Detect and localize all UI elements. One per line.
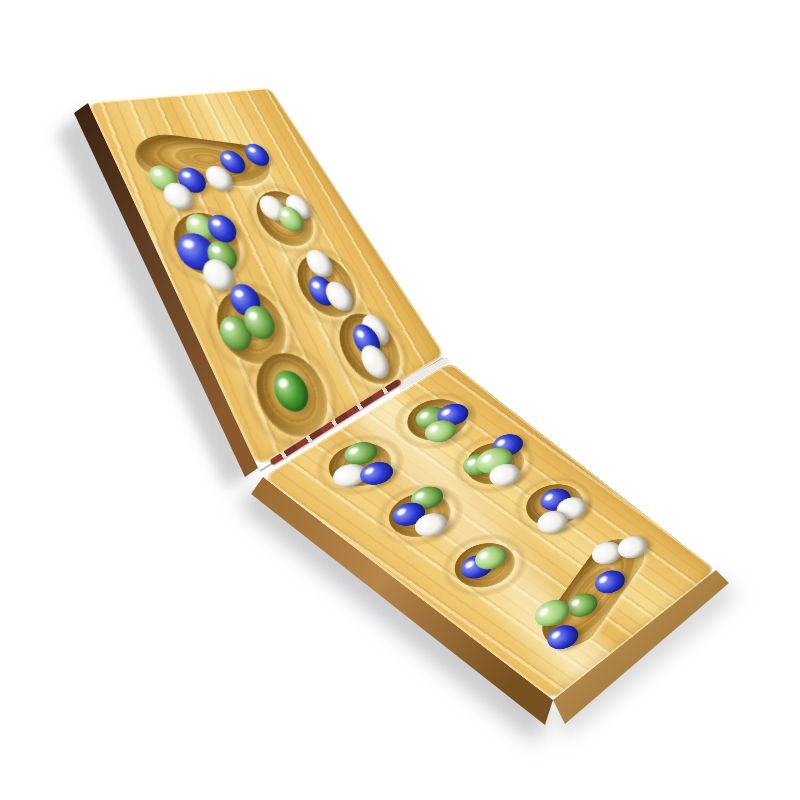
stone-gloss: [593, 546, 606, 556]
stone-gloss: [309, 279, 322, 291]
stone-gloss: [478, 453, 495, 465]
mancala-board-photo: [0, 0, 800, 800]
stone-gloss: [416, 518, 431, 529]
stone-gloss: [417, 411, 431, 421]
stone-gloss: [476, 551, 490, 562]
stone-gloss: [426, 424, 440, 434]
stone-gloss: [439, 408, 453, 418]
stone-gloss: [187, 216, 202, 227]
stone-gloss: [394, 507, 409, 518]
stone-gloss: [207, 168, 220, 177]
stone-gloss: [558, 501, 572, 511]
stone-gloss: [361, 466, 376, 477]
stone-gloss: [231, 287, 246, 300]
stone-gloss: [362, 349, 375, 362]
stone-gloss: [279, 209, 292, 219]
stone-gloss: [548, 630, 562, 641]
stone-gloss: [346, 446, 361, 457]
stone-gloss: [179, 237, 198, 251]
stone-gloss: [619, 540, 632, 550]
stone-gloss: [179, 170, 193, 179]
stone-gloss: [538, 515, 552, 525]
stone-gloss: [536, 605, 552, 617]
stone-gloss: [353, 328, 366, 341]
stone-gloss: [326, 285, 339, 297]
stone-gloss: [260, 198, 273, 208]
stone-gloss: [568, 598, 582, 609]
stone-gloss: [307, 252, 320, 263]
stone-gloss: [209, 217, 223, 228]
stone-gloss: [412, 491, 427, 502]
stone-gloss: [334, 468, 349, 479]
stone-gloss: [275, 375, 292, 392]
stone-gloss: [245, 309, 260, 322]
stone-gloss: [204, 262, 219, 274]
stone-gloss: [165, 185, 180, 195]
stone-gloss: [246, 146, 258, 154]
stone-gloss: [221, 319, 237, 333]
stone-gloss: [221, 153, 234, 162]
stone-gloss: [287, 197, 299, 206]
stone-gloss: [150, 168, 165, 178]
stone-gloss: [490, 468, 504, 478]
stone-gloss: [542, 493, 556, 503]
stone-gloss: [208, 244, 223, 256]
stone-gloss: [596, 575, 609, 586]
